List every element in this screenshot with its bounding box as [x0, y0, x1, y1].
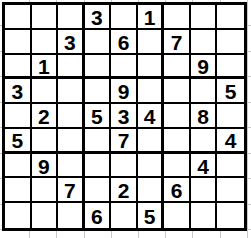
cell-r2c8[interactable] — [191, 30, 218, 55]
cell-r6c7[interactable] — [164, 129, 191, 154]
given-digit: 4 — [225, 130, 237, 151]
given-digit: 4 — [197, 155, 209, 176]
cell-r5c3[interactable] — [58, 104, 85, 129]
cell-r9c8[interactable] — [191, 203, 218, 228]
cell-r8c5[interactable]: 2 — [111, 178, 138, 203]
cell-r7c2[interactable]: 9 — [32, 154, 59, 179]
cell-r5c7[interactable] — [164, 104, 191, 129]
given-digit: 6 — [118, 31, 130, 52]
cell-r4c9[interactable]: 5 — [217, 79, 244, 104]
cell-r9c9[interactable] — [217, 203, 244, 228]
cell-r2c7[interactable]: 7 — [164, 30, 191, 55]
cell-r4c1[interactable]: 3 — [5, 79, 32, 104]
given-digit: 1 — [38, 55, 50, 76]
cell-r3c8[interactable]: 9 — [191, 55, 218, 80]
cell-r3c2[interactable]: 1 — [32, 55, 59, 80]
cell-r2c5[interactable]: 6 — [111, 30, 138, 55]
sudoku-screenshot: 3136719395253485749472665 — [0, 0, 251, 238]
given-digit: 3 — [91, 6, 103, 27]
cell-r2c4[interactable] — [85, 30, 112, 55]
cell-r3c5[interactable] — [111, 55, 138, 80]
cell-r6c4[interactable] — [85, 129, 112, 154]
cell-r2c9[interactable] — [217, 30, 244, 55]
cell-r6c5[interactable]: 7 — [111, 129, 138, 154]
cell-r8c6[interactable] — [138, 178, 165, 203]
cell-r6c2[interactable] — [32, 129, 59, 154]
cell-r9c3[interactable] — [58, 203, 85, 228]
cell-r3c7[interactable] — [164, 55, 191, 80]
given-digit: 2 — [118, 180, 130, 201]
given-digit: 5 — [225, 81, 237, 102]
cell-r1c7[interactable] — [164, 5, 191, 30]
cell-r4c8[interactable] — [191, 79, 218, 104]
cell-r5c9[interactable] — [217, 104, 244, 129]
cell-r9c1[interactable] — [5, 203, 32, 228]
cell-r4c2[interactable] — [32, 79, 59, 104]
cell-r1c2[interactable] — [32, 5, 59, 30]
given-digit: 7 — [118, 130, 130, 151]
given-digit: 1 — [144, 6, 156, 27]
cell-r7c1[interactable] — [5, 154, 32, 179]
cell-r1c5[interactable] — [111, 5, 138, 30]
cell-r8c8[interactable] — [191, 178, 218, 203]
cell-r7c8[interactable]: 4 — [191, 154, 218, 179]
cell-r9c4[interactable]: 6 — [85, 203, 112, 228]
cell-r8c3[interactable]: 7 — [58, 178, 85, 203]
given-digit: 5 — [144, 206, 156, 227]
cell-r7c7[interactable] — [164, 154, 191, 179]
cell-r8c9[interactable] — [217, 178, 244, 203]
cell-r3c6[interactable] — [138, 55, 165, 80]
cell-r6c8[interactable] — [191, 129, 218, 154]
cell-r5c8[interactable]: 8 — [191, 104, 218, 129]
cell-r6c1[interactable]: 5 — [5, 129, 32, 154]
cell-r4c7[interactable] — [164, 79, 191, 104]
given-digit: 2 — [38, 105, 50, 126]
given-digit: 9 — [38, 155, 50, 176]
given-digit: 3 — [118, 105, 130, 126]
cell-r4c3[interactable] — [58, 79, 85, 104]
cell-r9c5[interactable] — [111, 203, 138, 228]
cell-r3c1[interactable] — [5, 55, 32, 80]
given-digit: 4 — [144, 105, 156, 126]
cell-r7c9[interactable] — [217, 154, 244, 179]
cell-r4c5[interactable]: 9 — [111, 79, 138, 104]
cell-r5c1[interactable] — [5, 104, 32, 129]
cell-r5c6[interactable]: 4 — [138, 104, 165, 129]
cell-r6c9[interactable]: 4 — [217, 129, 244, 154]
cell-r2c3[interactable]: 3 — [58, 30, 85, 55]
cell-r9c2[interactable] — [32, 203, 59, 228]
cell-r5c5[interactable]: 3 — [111, 104, 138, 129]
cell-r4c4[interactable] — [85, 79, 112, 104]
cell-r6c6[interactable] — [138, 129, 165, 154]
cell-r7c6[interactable] — [138, 154, 165, 179]
cell-r7c4[interactable] — [85, 154, 112, 179]
given-digit: 9 — [197, 55, 209, 76]
cell-r1c9[interactable] — [217, 5, 244, 30]
cell-r3c4[interactable] — [85, 55, 112, 80]
given-digit: 9 — [118, 81, 130, 102]
cell-r1c1[interactable] — [5, 5, 32, 30]
cell-r1c4[interactable]: 3 — [85, 5, 112, 30]
cell-r5c2[interactable]: 2 — [32, 104, 59, 129]
given-digit: 6 — [91, 206, 103, 227]
cell-r3c9[interactable] — [217, 55, 244, 80]
cell-r2c2[interactable] — [32, 30, 59, 55]
cell-r1c3[interactable] — [58, 5, 85, 30]
cell-r8c1[interactable] — [5, 178, 32, 203]
cell-r1c8[interactable] — [191, 5, 218, 30]
given-digit: 7 — [64, 180, 76, 201]
sudoku-grid: 3136719395253485749472665 — [2, 2, 247, 231]
given-digit: 8 — [197, 105, 209, 126]
cell-r2c1[interactable] — [5, 30, 32, 55]
given-digit: 3 — [64, 31, 76, 52]
cell-r8c7[interactable]: 6 — [164, 178, 191, 203]
given-digit: 5 — [11, 130, 23, 151]
cell-r3c3[interactable] — [58, 55, 85, 80]
cell-r8c4[interactable] — [85, 178, 112, 203]
cell-r6c3[interactable] — [58, 129, 85, 154]
given-digit: 5 — [91, 105, 103, 126]
given-digit: 3 — [11, 81, 23, 102]
given-digit: 6 — [171, 180, 183, 201]
cell-r5c4[interactable]: 5 — [85, 104, 112, 129]
cell-r8c2[interactable] — [32, 178, 59, 203]
cell-r9c6[interactable]: 5 — [138, 203, 165, 228]
cell-r1c6[interactable]: 1 — [138, 5, 165, 30]
cell-r2c6[interactable] — [138, 30, 165, 55]
cell-r7c3[interactable] — [58, 154, 85, 179]
given-digit: 7 — [171, 31, 183, 52]
cell-r4c6[interactable] — [138, 79, 165, 104]
cell-r9c7[interactable] — [164, 203, 191, 228]
cell-r7c5[interactable] — [111, 154, 138, 179]
